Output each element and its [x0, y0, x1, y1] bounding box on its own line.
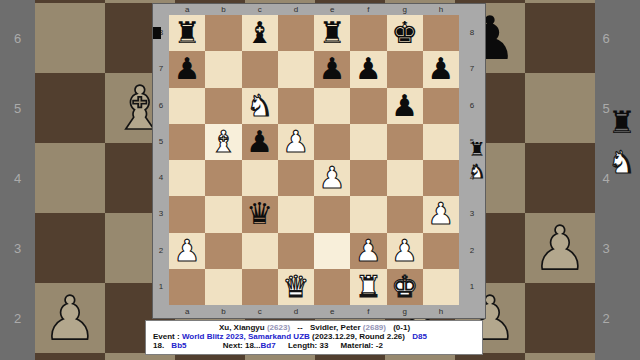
square-f3[interactable] — [350, 196, 386, 232]
background-left-gutter: 65432 — [0, 0, 35, 360]
bg-white-piece-h3: ♟ — [533, 213, 587, 283]
square-e5[interactable] — [314, 124, 350, 160]
white-piece-a2: ♟ — [174, 233, 201, 269]
bg-white-piece-a2: ♟ — [43, 283, 97, 353]
file-label-d: d — [278, 305, 314, 319]
game-result: (0-1) — [393, 323, 410, 332]
rank-label-7: 7 — [459, 51, 485, 87]
length-value: 33 — [319, 341, 328, 350]
white-piece-d1: ♛ — [282, 269, 309, 305]
square-g7[interactable] — [387, 51, 423, 87]
square-g4[interactable] — [387, 160, 423, 196]
white-piece-g2: ♟ — [391, 233, 418, 269]
square-d2[interactable] — [278, 233, 314, 269]
background-right-gutter: 65432 — [595, 0, 640, 360]
next-move-link[interactable]: Bd7 — [261, 341, 276, 350]
square-a6[interactable] — [169, 88, 205, 124]
square-d7[interactable] — [278, 51, 314, 87]
square-b5[interactable]: ♝ — [205, 124, 241, 160]
rank-label-2: 2 — [153, 233, 169, 269]
file-label-f: f — [350, 4, 386, 15]
file-label-e: e — [314, 305, 350, 319]
square-d4[interactable] — [278, 160, 314, 196]
square-d5[interactable]: ♟ — [278, 124, 314, 160]
file-label-d: d — [278, 4, 314, 15]
square-b8[interactable] — [205, 15, 241, 51]
square-b2[interactable] — [205, 233, 241, 269]
square-g5[interactable] — [387, 124, 423, 160]
bg-rank-label-5: 5 — [0, 101, 35, 116]
square-b4[interactable] — [205, 160, 241, 196]
white-piece-c6: ♞ — [246, 88, 273, 124]
file-labels-top: abcdefgh — [169, 4, 459, 15]
square-e1[interactable] — [314, 269, 350, 305]
square-c7[interactable] — [242, 51, 278, 87]
bg-rank-label-2: 2 — [0, 311, 35, 326]
file-label-a: a — [169, 4, 205, 15]
black-piece-c8: ♝ — [246, 15, 273, 51]
rank-label-2: 2 — [459, 233, 485, 269]
square-g2[interactable]: ♟ — [387, 233, 423, 269]
square-c6[interactable]: ♞ — [242, 88, 278, 124]
square-a4[interactable] — [169, 160, 205, 196]
file-label-h: h — [423, 4, 459, 15]
file-label-g: g — [387, 305, 423, 319]
players-line: Xu, Xiangyu (2623) -- Svidler, Peter (26… — [153, 323, 476, 332]
bg-square-h6 — [525, 3, 595, 73]
white-piece-h3: ♟ — [427, 196, 454, 232]
square-f4[interactable] — [350, 160, 386, 196]
square-e7[interactable]: ♟ — [314, 51, 350, 87]
rank-label-8: 8 — [459, 15, 485, 51]
square-d6[interactable] — [278, 88, 314, 124]
square-a7[interactable]: ♟ — [169, 51, 205, 87]
square-h2[interactable] — [423, 233, 459, 269]
white-piece-e4: ♟ — [319, 160, 346, 196]
bg-square-a6 — [35, 3, 105, 73]
bg-square-h2 — [525, 283, 595, 353]
square-a8[interactable]: ♜ — [169, 15, 205, 51]
square-c1[interactable] — [242, 269, 278, 305]
square-c4[interactable] — [242, 160, 278, 196]
next-move-prefix: 18... — [245, 341, 261, 350]
next-label: Next: — [223, 341, 243, 350]
bg-square-h3: ♟ — [525, 213, 595, 283]
rank-label-4: 4 — [153, 160, 169, 196]
white-piece-f1: ♜ — [355, 269, 382, 305]
file-label-g: g — [387, 4, 423, 15]
square-c8[interactable]: ♝ — [242, 15, 278, 51]
move-number: 18. — [153, 341, 164, 350]
square-a5[interactable] — [169, 124, 205, 160]
square-f6[interactable] — [350, 88, 386, 124]
black-piece-a7: ♟ — [174, 51, 201, 87]
square-f2[interactable]: ♟ — [350, 233, 386, 269]
material-tray-white-piece: ♞ — [467, 160, 487, 182]
black-piece-f7: ♟ — [355, 51, 382, 87]
white-player-rating: (2623) — [267, 323, 290, 332]
square-f1[interactable]: ♜ — [350, 269, 386, 305]
rank-label-6: 6 — [459, 88, 485, 124]
square-c5[interactable]: ♟ — [242, 124, 278, 160]
white-piece-f2: ♟ — [355, 233, 382, 269]
bg-rank-label-6: 6 — [0, 31, 35, 46]
square-h5[interactable] — [423, 124, 459, 160]
white-piece-b5: ♝ — [210, 124, 237, 160]
square-h6[interactable] — [423, 88, 459, 124]
square-e8[interactable]: ♜ — [314, 15, 350, 51]
square-a1[interactable] — [169, 269, 205, 305]
square-d8[interactable] — [278, 15, 314, 51]
material-tray-black-piece: ♜ — [467, 138, 487, 160]
black-piece-h7: ♟ — [427, 51, 454, 87]
side-to-move-indicator — [153, 27, 161, 39]
rank-label-3: 3 — [459, 196, 485, 232]
file-labels-bottom: abcdefgh — [169, 305, 459, 319]
bg-square-a2: ♟ — [35, 283, 105, 353]
black-piece-g8: ♚ — [391, 15, 418, 51]
square-e6[interactable] — [314, 88, 350, 124]
bg-square-a5 — [35, 73, 105, 143]
square-g6[interactable]: ♟ — [387, 88, 423, 124]
eco-code-link[interactable]: D85 — [412, 332, 427, 341]
bg-rank-label-6: 6 — [595, 31, 617, 46]
black-player-rating: (2689) — [363, 323, 386, 332]
black-piece-e7: ♟ — [319, 51, 346, 87]
file-label-f: f — [350, 305, 386, 319]
white-piece-g1: ♚ — [391, 269, 418, 305]
rank-labels-left: 87654321 — [153, 15, 169, 305]
rank-label-3: 3 — [153, 196, 169, 232]
black-piece-a8: ♜ — [174, 15, 201, 51]
square-g8[interactable]: ♚ — [387, 15, 423, 51]
black-piece-e8: ♜ — [319, 15, 346, 51]
square-d1[interactable]: ♛ — [278, 269, 314, 305]
file-label-e: e — [314, 4, 350, 15]
rank-label-7: 7 — [153, 51, 169, 87]
square-f8[interactable] — [350, 15, 386, 51]
bg-square-h5 — [525, 73, 595, 143]
bg-material-tray-white-piece: ♞ — [608, 144, 636, 180]
square-g3[interactable] — [387, 196, 423, 232]
white-player-name: Xu, Xiangyu — [219, 323, 265, 332]
players-separator: -- — [297, 323, 302, 332]
square-h3[interactable]: ♟ — [423, 196, 459, 232]
board-squares[interactable]: ♜♝♜♚♟♟♟♟♞♟♝♟♟♟♛♟♟♟♟♛♜♚ — [169, 15, 459, 305]
bg-square-a1 — [35, 353, 105, 360]
square-f5[interactable] — [350, 124, 386, 160]
square-f7[interactable]: ♟ — [350, 51, 386, 87]
square-h1[interactable] — [423, 269, 459, 305]
file-label-b: b — [205, 305, 241, 319]
chess-app-screen: 65432 65432 ♜♝♜♚♟♟♟♟♞♟♝♟♟♟♛♟♟♟♟♛♜♚ ♜♞ ab… — [0, 0, 640, 360]
bg-rank-label-3: 3 — [595, 241, 617, 256]
white-piece-d5: ♟ — [282, 124, 309, 160]
square-h8[interactable] — [423, 15, 459, 51]
square-b7[interactable] — [205, 51, 241, 87]
bg-rank-label-4: 4 — [0, 171, 35, 186]
rank-label-6: 6 — [153, 88, 169, 124]
bg-square-h1 — [525, 353, 595, 360]
bg-rank-label-2: 2 — [595, 311, 617, 326]
game-info-panel: Xu, Xiangyu (2623) -- Svidler, Peter (26… — [145, 320, 483, 355]
material-value: -2 — [376, 341, 383, 350]
square-b6[interactable] — [205, 88, 241, 124]
chess-board: abcdefgh ♜♝♜♚♟♟♟♟♞♟♝♟♟♟♛♟♟♟♟♛♜♚ abcdefgh… — [152, 3, 486, 319]
square-e3[interactable] — [314, 196, 350, 232]
square-b3[interactable] — [205, 196, 241, 232]
event-detail: (2023.12.29, Round 2.26) — [312, 332, 405, 341]
square-e4[interactable]: ♟ — [314, 160, 350, 196]
square-a2[interactable]: ♟ — [169, 233, 205, 269]
bg-square-a4 — [35, 143, 105, 213]
current-move-link[interactable]: Bb5 — [171, 341, 186, 350]
length-label: Length: — [288, 341, 317, 350]
square-g1[interactable]: ♚ — [387, 269, 423, 305]
square-h7[interactable]: ♟ — [423, 51, 459, 87]
file-label-b: b — [205, 4, 241, 15]
event-link[interactable]: World Blitz 2023, Samarkand UZB — [182, 332, 310, 341]
square-c3[interactable]: ♛ — [242, 196, 278, 232]
event-label: Event : — [153, 332, 180, 341]
square-d3[interactable] — [278, 196, 314, 232]
moves-line: 18. Bb5 Next: 18...Bd7 Length: 33 Materi… — [153, 341, 476, 350]
file-label-c: c — [242, 305, 278, 319]
square-h4[interactable] — [423, 160, 459, 196]
bg-square-a3 — [35, 213, 105, 283]
square-c2[interactable] — [242, 233, 278, 269]
square-a3[interactable] — [169, 196, 205, 232]
event-line: Event : World Blitz 2023, Samarkand UZB … — [153, 332, 476, 341]
black-piece-c3: ♛ — [246, 196, 273, 232]
file-label-h: h — [423, 305, 459, 319]
rank-label-5: 5 — [153, 124, 169, 160]
rank-label-1: 1 — [459, 269, 485, 305]
square-b1[interactable] — [205, 269, 241, 305]
file-label-a: a — [169, 305, 205, 319]
bg-square-h4 — [525, 143, 595, 213]
bg-rank-label-3: 3 — [0, 241, 35, 256]
black-piece-g6: ♟ — [391, 88, 418, 124]
file-label-c: c — [242, 4, 278, 15]
square-e2[interactable] — [314, 233, 350, 269]
black-player-name: Svidler, Peter — [310, 323, 361, 332]
black-piece-c5: ♟ — [246, 124, 273, 160]
bg-material-tray-black-piece: ♜ — [608, 104, 636, 140]
material-label: Material: — [341, 341, 374, 350]
rank-label-1: 1 — [153, 269, 169, 305]
